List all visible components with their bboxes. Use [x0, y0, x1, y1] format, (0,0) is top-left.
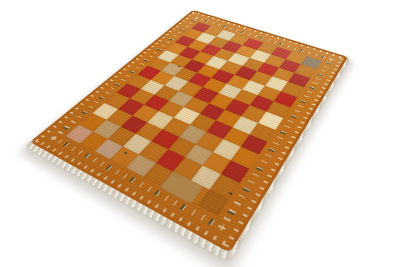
scene — [0, 0, 400, 267]
rug-board — [30, 10, 348, 253]
